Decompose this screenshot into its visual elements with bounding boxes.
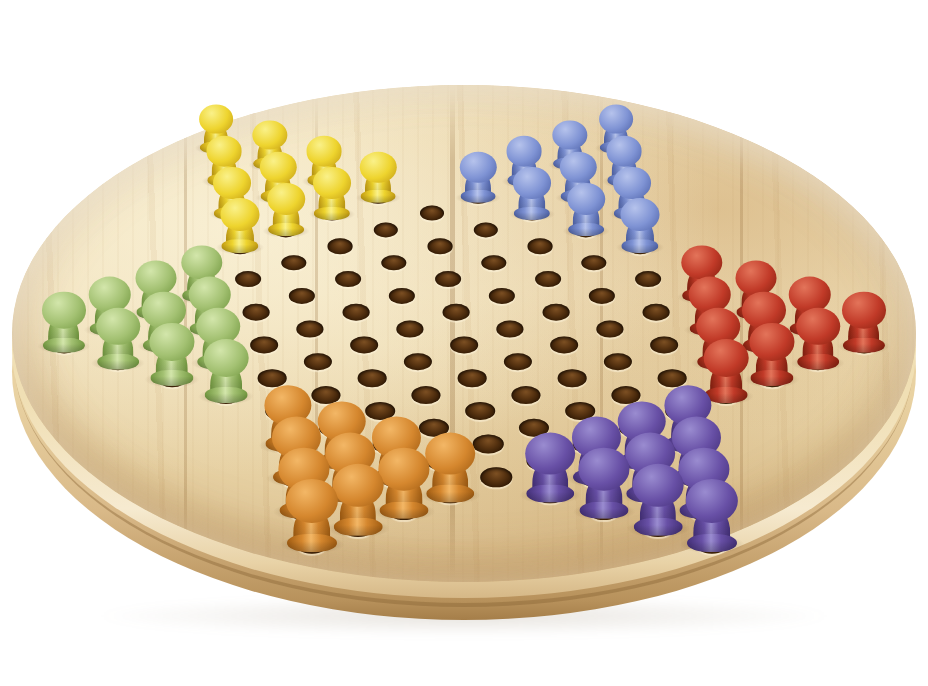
board-grid: [39, 139, 889, 552]
board-cell: [415, 238, 465, 255]
board-cell: [331, 304, 381, 321]
board-cell: [485, 321, 535, 338]
peg-foot: [426, 485, 474, 503]
peg-head: [686, 479, 738, 523]
board-hole[interactable]: [635, 271, 661, 287]
board-hole[interactable]: [474, 222, 498, 237]
board-cell: [431, 304, 481, 321]
peg-blue[interactable]: [619, 198, 661, 253]
peg-foot: [568, 223, 604, 236]
board-hole[interactable]: [350, 337, 378, 354]
peg-head: [506, 136, 542, 166]
board-hole[interactable]: [450, 337, 478, 354]
board-hole[interactable]: [528, 239, 553, 254]
peg-head: [735, 261, 777, 296]
peg-head: [525, 432, 575, 474]
board-hole[interactable]: [250, 337, 278, 354]
board-cell: [369, 255, 419, 272]
peg-blue[interactable]: [512, 167, 553, 220]
peg-foot: [97, 354, 139, 369]
board-cell: [633, 519, 683, 536]
board-cell: [455, 403, 505, 420]
board-cell: [269, 255, 319, 272]
board-hole[interactable]: [235, 271, 261, 287]
peg-red[interactable]: [841, 292, 888, 353]
board-cell: [285, 321, 335, 338]
peg-head: [842, 292, 885, 328]
peg-yellow[interactable]: [358, 152, 398, 204]
peg-foot: [751, 370, 794, 386]
board-cell: [471, 469, 521, 486]
board-cell: [839, 337, 889, 354]
board-hole[interactable]: [258, 369, 287, 387]
peg-foot: [687, 534, 737, 552]
board-cell: [401, 387, 451, 404]
peg-yellow[interactable]: [312, 167, 353, 220]
board-cell: [469, 255, 519, 272]
board-cell: [39, 337, 89, 354]
board-cell: [531, 304, 581, 321]
board-hole[interactable]: [404, 353, 432, 370]
board-hole[interactable]: [389, 288, 415, 304]
board-cell: [439, 337, 489, 354]
peg-red[interactable]: [794, 308, 842, 370]
peg-foot: [380, 501, 428, 519]
board-cell: [515, 238, 565, 255]
board-cell: [315, 238, 365, 255]
board-cell: [425, 486, 475, 503]
board-hole[interactable]: [543, 304, 570, 321]
peg-head: [213, 167, 250, 199]
peg-foot: [360, 190, 395, 203]
peg-head: [42, 292, 85, 328]
board-cell: [447, 370, 497, 387]
board-hole[interactable]: [396, 320, 423, 337]
board-hole[interactable]: [428, 239, 453, 254]
board-cell: [523, 271, 573, 288]
board-cell: [453, 189, 503, 206]
peg-green[interactable]: [148, 323, 197, 386]
board-cell: [547, 370, 597, 387]
board-hole[interactable]: [558, 369, 587, 387]
peg-head: [599, 105, 633, 134]
peg-head: [360, 152, 397, 183]
board-hole[interactable]: [296, 320, 323, 337]
board-hole[interactable]: [496, 320, 523, 337]
board-hole[interactable]: [381, 255, 406, 271]
peg-foot: [797, 354, 839, 369]
peg-yellow[interactable]: [219, 198, 261, 253]
peg-head: [567, 183, 605, 215]
peg-head: [621, 198, 660, 231]
peg-foot: [526, 485, 574, 503]
board-hole[interactable]: [589, 288, 615, 304]
board-hole[interactable]: [289, 288, 315, 304]
peg-red[interactable]: [748, 323, 797, 386]
peg-head: [252, 120, 287, 150]
board-cell: [423, 271, 473, 288]
board-hole[interactable]: [604, 353, 632, 370]
peg-green[interactable]: [201, 339, 250, 403]
board-cell: [201, 387, 251, 404]
peg-orange[interactable]: [284, 479, 340, 552]
peg-head: [96, 308, 140, 345]
board-hole[interactable]: [458, 369, 487, 387]
peg-foot: [514, 207, 550, 220]
peg-head: [199, 105, 233, 134]
peg-foot: [43, 338, 84, 353]
board-cell: [593, 354, 643, 371]
peg-head: [206, 136, 242, 166]
board-hole[interactable]: [343, 304, 370, 321]
board-cell: [247, 370, 297, 387]
peg-blue[interactable]: [458, 152, 498, 204]
board-hole[interactable]: [304, 353, 332, 370]
board-cell: [353, 189, 403, 206]
peg-foot: [460, 190, 495, 203]
scene: [0, 0, 928, 686]
peg-head: [221, 198, 260, 231]
board-hole[interactable]: [481, 255, 506, 271]
peg-blue[interactable]: [565, 183, 606, 237]
peg-foot: [204, 387, 247, 403]
board-cell: [747, 370, 797, 387]
peg-head: [182, 245, 223, 280]
peg-head: [750, 323, 795, 361]
board-hole[interactable]: [550, 337, 578, 354]
peg-head: [460, 152, 497, 183]
board-cell: [623, 271, 673, 288]
board-cell: [561, 222, 611, 239]
board-hole[interactable]: [411, 386, 440, 404]
board-cell: [461, 222, 511, 239]
peg-yellow[interactable]: [265, 183, 306, 237]
board-cell: [323, 271, 373, 288]
board-cell: [793, 354, 843, 371]
board-hole[interactable]: [335, 271, 361, 287]
board-cell: [639, 337, 689, 354]
peg-foot: [151, 370, 194, 386]
peg-foot: [843, 338, 884, 353]
peg-head: [513, 167, 550, 199]
peg-green[interactable]: [41, 292, 88, 353]
peg-purple[interactable]: [523, 432, 577, 502]
peg-foot: [621, 239, 658, 253]
board-hole[interactable]: [581, 255, 606, 271]
peg-purple[interactable]: [630, 464, 686, 536]
board-hole[interactable]: [374, 222, 398, 237]
board-hole[interactable]: [504, 353, 532, 370]
peg-head: [260, 152, 297, 183]
peg-head: [560, 152, 597, 183]
board-cell: [385, 321, 435, 338]
board-hole[interactable]: [489, 288, 515, 304]
peg-foot: [580, 501, 628, 519]
board-hole[interactable]: [243, 304, 270, 321]
peg-foot: [221, 239, 258, 253]
board-hole[interactable]: [473, 435, 504, 454]
board-cell: [287, 535, 337, 552]
board-hole[interactable]: [535, 271, 561, 287]
peg-head: [606, 136, 642, 166]
board-cell: [647, 370, 697, 387]
board-cell: [307, 205, 357, 222]
board-cell: [577, 288, 627, 305]
peg-head: [306, 136, 342, 166]
peg-foot: [314, 207, 350, 220]
board-hole[interactable]: [465, 402, 495, 420]
board-cell: [361, 222, 411, 239]
peg-head: [632, 464, 683, 507]
peg-head: [796, 308, 840, 345]
board-cell: [501, 387, 551, 404]
board-hole[interactable]: [596, 320, 623, 337]
board-hole[interactable]: [281, 255, 306, 271]
board-cell: [615, 238, 665, 255]
board-hole[interactable]: [658, 369, 687, 387]
peg-head: [579, 448, 629, 491]
peg-head: [135, 261, 177, 296]
peg-purple[interactable]: [684, 479, 740, 552]
peg-foot: [334, 518, 383, 536]
board-hole[interactable]: [650, 337, 678, 354]
board-cell: [339, 337, 389, 354]
board-cell: [261, 222, 311, 239]
board-hole[interactable]: [328, 239, 353, 254]
board-cell: [631, 304, 681, 321]
board-cell: [585, 321, 635, 338]
board-cell: [569, 255, 619, 272]
peg-head: [150, 323, 195, 361]
board-cell: [493, 354, 543, 371]
board-cell: [93, 354, 143, 371]
board-cell: [347, 370, 397, 387]
board-hole[interactable]: [643, 304, 670, 321]
board-cell: [333, 519, 383, 536]
board-cell: [579, 502, 629, 519]
peg-head: [703, 339, 748, 377]
board-cell: [147, 370, 197, 387]
peg-purple[interactable]: [577, 448, 632, 519]
peg-foot: [634, 518, 683, 536]
peg-head: [552, 120, 587, 150]
board-cell: [277, 288, 327, 305]
peg-head: [286, 479, 338, 523]
board-hole[interactable]: [435, 271, 461, 287]
peg-head: [613, 167, 650, 199]
peg-foot: [287, 534, 337, 552]
board-hole[interactable]: [420, 206, 444, 221]
board-cell: [393, 354, 443, 371]
board-cell: [293, 354, 343, 371]
peg-head: [425, 432, 475, 474]
board-hole[interactable]: [443, 304, 470, 321]
board-cell: [407, 205, 457, 222]
board-cell: [539, 337, 589, 354]
board-hole[interactable]: [480, 468, 512, 487]
board-cell: [379, 502, 429, 519]
peg-head: [267, 183, 305, 215]
peg-foot: [268, 223, 304, 236]
peg-head: [379, 448, 429, 491]
peg-head: [203, 339, 248, 377]
board-hole[interactable]: [511, 386, 540, 404]
board-cell: [525, 486, 575, 503]
board-cell: [507, 205, 557, 222]
board-cell: [377, 288, 427, 305]
peg-head: [313, 167, 350, 199]
board-cell: [477, 288, 527, 305]
board-cell: [687, 535, 737, 552]
peg-head: [682, 245, 723, 280]
board-hole[interactable]: [358, 369, 387, 387]
peg-green[interactable]: [94, 308, 142, 370]
